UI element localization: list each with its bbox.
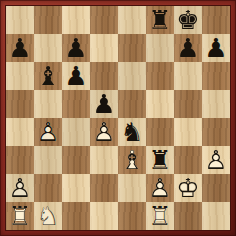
piece-white-pawn: ♟♙ <box>146 174 174 202</box>
piece-black-rook: ♜ <box>146 146 174 174</box>
square-d4[interactable]: ♟♙ <box>90 118 118 146</box>
square-d1[interactable] <box>90 202 118 230</box>
square-e2[interactable] <box>118 174 146 202</box>
square-g1[interactable] <box>174 202 202 230</box>
square-c2[interactable] <box>62 174 90 202</box>
white-pawn-outline: ♙ <box>90 118 118 146</box>
square-b4[interactable]: ♟♙ <box>34 118 62 146</box>
square-d5[interactable]: ♟ <box>90 90 118 118</box>
square-f1[interactable]: ♜♖ <box>146 202 174 230</box>
white-pawn-outline: ♙ <box>6 174 34 202</box>
square-e7[interactable] <box>118 34 146 62</box>
square-h1[interactable] <box>202 202 230 230</box>
square-e8[interactable] <box>118 6 146 34</box>
square-e6[interactable] <box>118 62 146 90</box>
square-d6[interactable] <box>90 62 118 90</box>
square-h5[interactable] <box>202 90 230 118</box>
square-b5[interactable] <box>34 90 62 118</box>
square-a6[interactable] <box>6 62 34 90</box>
piece-black-pawn: ♟ <box>174 34 202 62</box>
square-f3[interactable]: ♜ <box>146 146 174 174</box>
piece-black-pawn: ♟ <box>90 90 118 118</box>
piece-white-king: ♚♔ <box>174 174 202 202</box>
white-rook-outline: ♖ <box>146 202 174 230</box>
white-pawn-outline: ♙ <box>34 118 62 146</box>
square-c1[interactable] <box>62 202 90 230</box>
piece-white-rook: ♜♖ <box>146 202 174 230</box>
white-bishop-outline: ♗ <box>118 146 146 174</box>
square-d8[interactable] <box>90 6 118 34</box>
square-h2[interactable] <box>202 174 230 202</box>
square-c4[interactable] <box>62 118 90 146</box>
square-e1[interactable] <box>118 202 146 230</box>
square-f5[interactable] <box>146 90 174 118</box>
piece-black-pawn: ♟ <box>6 34 34 62</box>
square-b6[interactable]: ♝ <box>34 62 62 90</box>
square-g7[interactable]: ♟ <box>174 34 202 62</box>
piece-white-pawn: ♟♙ <box>34 118 62 146</box>
chessboard: ♜♚♟♟♟♟♝♟♟♟♙♟♙♞♝♗♜♟♙♟♙♟♙♚♔♜♖♞♘♜♖ <box>6 6 230 230</box>
white-king-outline: ♔ <box>174 174 202 202</box>
square-h4[interactable] <box>202 118 230 146</box>
piece-black-rook: ♜ <box>146 6 174 34</box>
piece-black-pawn: ♟ <box>62 34 90 62</box>
square-e5[interactable] <box>118 90 146 118</box>
square-h3[interactable]: ♟♙ <box>202 146 230 174</box>
square-a3[interactable] <box>6 146 34 174</box>
square-g6[interactable] <box>174 62 202 90</box>
piece-black-knight: ♞ <box>118 118 146 146</box>
square-c3[interactable] <box>62 146 90 174</box>
piece-white-pawn: ♟♙ <box>202 146 230 174</box>
piece-white-rook: ♜♖ <box>6 202 34 230</box>
square-b7[interactable] <box>34 34 62 62</box>
square-d7[interactable] <box>90 34 118 62</box>
piece-black-king: ♚ <box>174 6 202 34</box>
square-f7[interactable] <box>146 34 174 62</box>
square-f2[interactable]: ♟♙ <box>146 174 174 202</box>
square-f8[interactable]: ♜ <box>146 6 174 34</box>
square-b1[interactable]: ♞♘ <box>34 202 62 230</box>
square-a4[interactable] <box>6 118 34 146</box>
square-f4[interactable] <box>146 118 174 146</box>
square-f6[interactable] <box>146 62 174 90</box>
square-h6[interactable] <box>202 62 230 90</box>
square-e4[interactable]: ♞ <box>118 118 146 146</box>
piece-white-pawn: ♟♙ <box>6 174 34 202</box>
square-g3[interactable] <box>174 146 202 174</box>
square-h7[interactable]: ♟ <box>202 34 230 62</box>
square-d2[interactable] <box>90 174 118 202</box>
square-g2[interactable]: ♚♔ <box>174 174 202 202</box>
white-pawn-outline: ♙ <box>146 174 174 202</box>
square-c6[interactable]: ♟ <box>62 62 90 90</box>
white-pawn-outline: ♙ <box>202 146 230 174</box>
piece-white-bishop: ♝♗ <box>118 146 146 174</box>
square-a1[interactable]: ♜♖ <box>6 202 34 230</box>
square-d3[interactable] <box>90 146 118 174</box>
square-b2[interactable] <box>34 174 62 202</box>
square-g4[interactable] <box>174 118 202 146</box>
square-c5[interactable] <box>62 90 90 118</box>
square-g5[interactable] <box>174 90 202 118</box>
board-frame: ♜♚♟♟♟♟♝♟♟♟♙♟♙♞♝♗♜♟♙♟♙♟♙♚♔♜♖♞♘♜♖ <box>0 0 236 236</box>
square-b8[interactable] <box>34 6 62 34</box>
piece-white-knight: ♞♘ <box>34 202 62 230</box>
square-g8[interactable]: ♚ <box>174 6 202 34</box>
square-e3[interactable]: ♝♗ <box>118 146 146 174</box>
piece-black-bishop: ♝ <box>34 62 62 90</box>
square-h8[interactable] <box>202 6 230 34</box>
square-a8[interactable] <box>6 6 34 34</box>
white-rook-outline: ♖ <box>6 202 34 230</box>
square-c7[interactable]: ♟ <box>62 34 90 62</box>
square-b3[interactable] <box>34 146 62 174</box>
piece-white-pawn: ♟♙ <box>90 118 118 146</box>
square-a7[interactable]: ♟ <box>6 34 34 62</box>
square-a2[interactable]: ♟♙ <box>6 174 34 202</box>
square-c8[interactable] <box>62 6 90 34</box>
piece-black-pawn: ♟ <box>202 34 230 62</box>
piece-black-pawn: ♟ <box>62 62 90 90</box>
square-a5[interactable] <box>6 90 34 118</box>
white-knight-outline: ♘ <box>34 202 62 230</box>
